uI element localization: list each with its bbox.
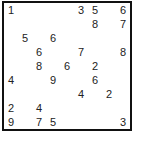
empty-cell-r7c5[interactable] <box>60 87 75 102</box>
empty-cell-r4c5[interactable] <box>60 45 75 60</box>
empty-cell-r2c2[interactable] <box>18 17 33 32</box>
empty-cell-r9c2[interactable] <box>18 115 33 129</box>
empty-cell-r4c7[interactable] <box>88 45 103 60</box>
given-cell-r8c1: 2 <box>4 101 19 116</box>
empty-cell-r5c8[interactable] <box>102 59 117 74</box>
given-cell-r2c7: 8 <box>88 17 103 32</box>
empty-cell-r8c4[interactable] <box>46 101 61 116</box>
empty-cell-r8c5[interactable] <box>60 101 75 116</box>
empty-cell-r5c1[interactable] <box>4 59 19 74</box>
empty-cell-r2c5[interactable] <box>60 17 75 32</box>
empty-cell-r9c5[interactable] <box>60 115 75 129</box>
given-cell-r7c8: 2 <box>102 87 117 102</box>
given-cell-r2c9: 7 <box>116 17 130 32</box>
sudoku-board: 1356875667886249642249753 <box>2 1 132 131</box>
empty-cell-r2c1[interactable] <box>4 17 19 32</box>
empty-cell-r5c4[interactable] <box>46 59 61 74</box>
empty-cell-r7c2[interactable] <box>18 87 33 102</box>
empty-cell-r2c4[interactable] <box>46 17 61 32</box>
given-cell-r9c4: 5 <box>46 115 61 129</box>
empty-cell-r5c2[interactable] <box>18 59 33 74</box>
empty-cell-r8c9[interactable] <box>116 101 130 116</box>
empty-cell-r9c8[interactable] <box>102 115 117 129</box>
empty-cell-r7c7[interactable] <box>88 87 103 102</box>
empty-cell-r9c7[interactable] <box>88 115 103 129</box>
empty-cell-r8c7[interactable] <box>88 101 103 116</box>
empty-cell-r4c1[interactable] <box>4 45 19 60</box>
empty-cell-r8c8[interactable] <box>102 101 117 116</box>
empty-cell-r7c1[interactable] <box>4 87 19 102</box>
empty-cell-r8c2[interactable] <box>18 101 33 116</box>
given-cell-r9c9: 3 <box>116 115 130 129</box>
empty-cell-r5c9[interactable] <box>116 59 130 74</box>
empty-cell-r4c2[interactable] <box>18 45 33 60</box>
empty-cell-r7c4[interactable] <box>46 87 61 102</box>
given-cell-r1c1: 1 <box>4 3 19 18</box>
given-cell-r5c7: 2 <box>88 59 103 74</box>
empty-cell-r1c2[interactable] <box>18 3 33 18</box>
given-cell-r1c9: 6 <box>116 3 130 18</box>
empty-cell-r1c4[interactable] <box>46 3 61 18</box>
given-cell-r9c1: 9 <box>4 115 19 129</box>
given-cell-r1c7: 5 <box>88 3 103 18</box>
empty-cell-r1c8[interactable] <box>102 3 117 18</box>
empty-cell-r7c9[interactable] <box>116 87 130 102</box>
given-cell-r4c9: 8 <box>116 45 130 60</box>
empty-cell-r4c4[interactable] <box>46 45 61 60</box>
empty-cell-r1c5[interactable] <box>60 3 75 18</box>
empty-cell-r2c8[interactable] <box>102 17 117 32</box>
empty-cell-r4c8[interactable] <box>102 45 117 60</box>
given-cell-r5c5: 6 <box>60 59 75 74</box>
